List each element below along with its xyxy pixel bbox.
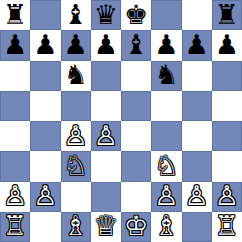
black-knight[interactable]: ♞ (154, 61, 178, 88)
square-a4[interactable] (0, 121, 30, 151)
white-pawn[interactable]: ♙ (64, 122, 88, 149)
white-bishop[interactable]: ♗ (154, 212, 178, 239)
square-e1[interactable]: ♔ (121, 212, 151, 242)
square-b8[interactable] (30, 0, 60, 30)
square-e5[interactable] (121, 91, 151, 121)
square-b3[interactable] (30, 151, 60, 181)
square-e7[interactable]: ♝ (121, 30, 151, 60)
black-pawn[interactable]: ♟ (215, 31, 239, 58)
square-e2[interactable] (121, 182, 151, 212)
square-d8[interactable]: ♛ (91, 0, 121, 30)
black-knight[interactable]: ♞ (64, 61, 88, 88)
white-pawn[interactable]: ♙ (3, 182, 27, 209)
square-h5[interactable] (212, 91, 242, 121)
square-f8[interactable] (151, 0, 181, 30)
square-d2[interactable] (91, 182, 121, 212)
square-d6[interactable] (91, 61, 121, 91)
square-h1[interactable]: ♖ (212, 212, 242, 242)
black-rook[interactable]: ♜ (3, 1, 27, 28)
square-c8[interactable]: ♝ (61, 0, 91, 30)
square-c3[interactable]: ♘ (61, 151, 91, 181)
black-pawn[interactable]: ♟ (3, 31, 27, 58)
white-rook[interactable]: ♖ (3, 212, 27, 239)
square-a5[interactable] (0, 91, 30, 121)
black-pawn[interactable]: ♟ (154, 31, 178, 58)
square-c7[interactable]: ♟ (61, 30, 91, 60)
white-pawn[interactable]: ♙ (215, 182, 239, 209)
square-e8[interactable]: ♚ (121, 0, 151, 30)
square-c2[interactable] (61, 182, 91, 212)
square-d1[interactable]: ♕ (91, 212, 121, 242)
black-pawn[interactable]: ♟ (33, 31, 57, 58)
square-g5[interactable] (182, 91, 212, 121)
square-a2[interactable]: ♙ (0, 182, 30, 212)
square-g6[interactable] (182, 61, 212, 91)
square-b4[interactable] (30, 121, 60, 151)
chess-board: ♜♝♛♚♜♟♟♟♟♝♟♟♟♞♞♙♙♘♘♙♙♙♙♙♖♗♕♔♗♖ (0, 0, 242, 242)
square-f4[interactable] (151, 121, 181, 151)
square-f5[interactable] (151, 91, 181, 121)
white-pawn[interactable]: ♙ (154, 182, 178, 209)
square-g2[interactable]: ♙ (182, 182, 212, 212)
white-bishop[interactable]: ♗ (64, 212, 88, 239)
black-king[interactable]: ♚ (124, 1, 148, 28)
white-knight[interactable]: ♘ (154, 152, 178, 179)
white-knight[interactable]: ♘ (64, 152, 88, 179)
square-g3[interactable] (182, 151, 212, 181)
square-e6[interactable] (121, 61, 151, 91)
square-d7[interactable]: ♟ (91, 30, 121, 60)
square-d4[interactable]: ♙ (91, 121, 121, 151)
square-h2[interactable]: ♙ (212, 182, 242, 212)
square-d5[interactable] (91, 91, 121, 121)
white-queen[interactable]: ♕ (94, 212, 118, 239)
square-f1[interactable]: ♗ (151, 212, 181, 242)
square-h7[interactable]: ♟ (212, 30, 242, 60)
square-f2[interactable]: ♙ (151, 182, 181, 212)
white-pawn[interactable]: ♙ (94, 122, 118, 149)
square-f7[interactable]: ♟ (151, 30, 181, 60)
white-rook[interactable]: ♖ (215, 212, 239, 239)
square-a1[interactable]: ♖ (0, 212, 30, 242)
square-f6[interactable]: ♞ (151, 61, 181, 91)
white-pawn[interactable]: ♙ (185, 182, 209, 209)
square-g7[interactable]: ♟ (182, 30, 212, 60)
square-c1[interactable]: ♗ (61, 212, 91, 242)
black-queen[interactable]: ♛ (94, 1, 118, 28)
square-c4[interactable]: ♙ (61, 121, 91, 151)
square-b7[interactable]: ♟ (30, 30, 60, 60)
square-a3[interactable] (0, 151, 30, 181)
black-pawn[interactable]: ♟ (94, 31, 118, 58)
square-h4[interactable] (212, 121, 242, 151)
square-e4[interactable] (121, 121, 151, 151)
black-pawn[interactable]: ♟ (185, 31, 209, 58)
square-g8[interactable] (182, 0, 212, 30)
square-b6[interactable] (30, 61, 60, 91)
square-a8[interactable]: ♜ (0, 0, 30, 30)
white-king[interactable]: ♔ (124, 212, 148, 239)
square-b5[interactable] (30, 91, 60, 121)
square-e3[interactable] (121, 151, 151, 181)
black-rook[interactable]: ♜ (215, 1, 239, 28)
square-f3[interactable]: ♘ (151, 151, 181, 181)
square-c6[interactable]: ♞ (61, 61, 91, 91)
square-h8[interactable]: ♜ (212, 0, 242, 30)
black-pawn[interactable]: ♟ (64, 31, 88, 58)
square-g4[interactable] (182, 121, 212, 151)
square-c5[interactable] (61, 91, 91, 121)
square-b2[interactable]: ♙ (30, 182, 60, 212)
black-bishop[interactable]: ♝ (64, 1, 88, 28)
square-b1[interactable] (30, 212, 60, 242)
white-pawn[interactable]: ♙ (33, 182, 57, 209)
square-d3[interactable] (91, 151, 121, 181)
black-bishop[interactable]: ♝ (124, 31, 148, 58)
square-g1[interactable] (182, 212, 212, 242)
square-h3[interactable] (212, 151, 242, 181)
square-h6[interactable] (212, 61, 242, 91)
square-a6[interactable] (0, 61, 30, 91)
square-a7[interactable]: ♟ (0, 30, 30, 60)
